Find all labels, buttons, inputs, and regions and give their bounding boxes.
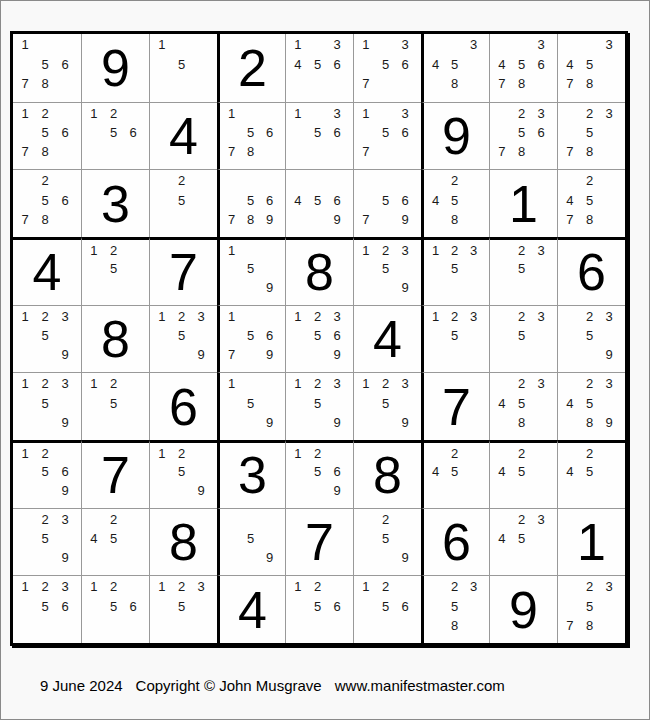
candidate-digit: 5 [308,55,328,75]
solved-digit: 8 [354,443,421,508]
candidate-digit: 6 [531,123,551,142]
candidate-digit: 8 [445,74,464,94]
cell-r4c8[interactable]: 235 [489,237,557,305]
candidate-digit: 2 [512,510,532,529]
cell-r8c8[interactable]: 2345 [489,508,557,576]
candidate-digit: 8 [35,74,55,94]
candidate-digit: 3 [531,510,551,529]
candidate-digit: 1 [15,374,35,393]
cell-r6c5[interactable]: 12359 [285,372,353,440]
cell-r5c6[interactable]: 4 [353,305,421,373]
candidate-digit: 6 [123,123,143,142]
candidate-digit: 1 [288,577,308,596]
sudoku-grid: 1567891521345613567345834567834578125678… [10,31,628,646]
candidates: 234589 [558,373,625,440]
cell-r9c4[interactable]: 4 [217,575,285,643]
candidate-digit: 6 [327,55,347,75]
cell-r2c6[interactable]: 13567 [353,102,421,170]
cell-r1c9[interactable]: 34578 [557,34,625,102]
cell-r8c4[interactable]: 59 [217,508,285,576]
candidate-digit: 8 [445,616,464,635]
candidate-digit: 1 [84,374,104,393]
candidate-digit: 2 [512,104,532,123]
cell-r5c7[interactable]: 1235 [421,305,489,373]
candidate-digit: 2 [35,307,55,326]
cell-r9c1[interactable]: 12356 [13,575,81,643]
candidate-digit: 2 [35,104,55,123]
solved-digit: 9 [490,576,557,643]
candidates: 2359 [13,509,81,576]
cell-r8c9[interactable]: 1 [557,508,625,576]
candidates: 12359 [354,240,421,305]
cell-r3c7[interactable]: 2458 [421,169,489,237]
candidate-digit: 5 [104,529,124,548]
candidate-digit: 4 [492,55,512,75]
cell-r1c3[interactable]: 15 [149,34,217,102]
candidate-digit: 9 [191,481,211,500]
candidate-digit: 5 [241,260,260,279]
candidates: 1235 [150,576,217,643]
candidate-digit: 5 [445,55,464,75]
candidate-digit: 9 [55,548,75,567]
candidate-digit: 9 [55,481,75,500]
candidate-digit: 5 [580,394,600,413]
candidate-digit: 5 [35,394,55,413]
candidates: 12569 [286,443,353,508]
candidate-digit: 9 [260,278,279,297]
candidate-digit: 2 [580,104,600,123]
solved-digit: 6 [150,373,217,440]
cell-r6c4[interactable]: 159 [217,372,285,440]
candidate-digit: 4 [84,529,104,548]
candidate-digit: 5 [104,597,124,616]
candidate-digit: 5 [512,394,532,413]
cell-r9c9[interactable]: 23578 [557,575,625,643]
candidates: 125678 [13,103,81,170]
solved-digit: 4 [354,306,421,373]
candidate-digit: 9 [191,345,211,364]
candidates: 235678 [490,103,557,170]
candidate-digit: 3 [191,577,211,596]
cell-r3c6[interactable]: 5679 [353,169,421,237]
footer-copyright: Copyright © John Musgrave [136,677,322,694]
candidate-digit: 5 [580,55,600,75]
cell-r8c5[interactable]: 7 [285,508,353,576]
solved-digit: 2 [220,34,285,102]
cell-r8c1[interactable]: 2359 [13,508,81,576]
candidate-digit: 3 [327,374,347,393]
cell-r9c6[interactable]: 1256 [353,575,421,643]
candidate-digit: 3 [55,307,75,326]
candidates: 23578 [558,576,625,643]
candidate-digit: 2 [445,307,464,326]
candidate-digit: 5 [580,463,600,482]
candidate-digit: 6 [260,191,279,210]
candidate-digit: 5 [308,394,328,413]
candidate-digit: 6 [395,191,415,210]
cell-r4c6[interactable]: 12359 [353,237,421,305]
cell-r1c6[interactable]: 13567 [353,34,421,102]
candidates: 245 [558,443,625,508]
candidate-digit: 3 [599,374,619,393]
candidate-digit: 2 [104,104,124,123]
candidates: 25678 [13,170,81,237]
candidate-digit: 3 [327,35,347,55]
cell-r5c8[interactable]: 235 [489,305,557,373]
cell-r5c3[interactable]: 12359 [149,305,217,373]
candidate-digit: 7 [222,142,241,161]
candidate-digit: 5 [35,55,55,75]
solved-digit: 4 [220,576,285,643]
candidate-digit: 6 [260,326,279,345]
candidate-digit: 9 [260,413,279,432]
cell-r3c2[interactable]: 3 [81,169,149,237]
candidate-digit: 1 [15,104,35,123]
candidate-digit: 8 [512,142,532,161]
candidate-digit: 4 [492,529,512,548]
cell-r2c5[interactable]: 1356 [285,102,353,170]
candidate-digit: 3 [327,104,347,123]
candidate-digit: 1 [288,35,308,55]
cell-r5c9[interactable]: 2359 [557,305,625,373]
candidates: 259 [354,509,421,576]
candidate-digit: 6 [395,597,415,616]
candidate-digit: 2 [376,577,396,596]
candidate-digit: 3 [464,577,483,596]
candidate-digit: 3 [395,104,415,123]
candidate-digit: 5 [172,191,192,210]
candidate-digit: 3 [599,35,619,55]
candidate-digit: 1 [288,374,308,393]
candidates: 34578 [558,34,625,102]
cell-r2c8[interactable]: 235678 [489,102,557,170]
candidate-digit: 5 [445,260,464,279]
cell-r6c8[interactable]: 23458 [489,372,557,440]
candidate-digit: 5 [241,191,260,210]
candidate-digit: 7 [560,210,580,229]
solved-digit: 8 [150,509,217,576]
candidate-digit: 2 [376,510,396,529]
candidate-digit: 4 [288,55,308,75]
candidate-digit: 2 [580,171,600,190]
candidate-digit: 6 [55,463,75,482]
cell-r8c3[interactable]: 8 [149,508,217,576]
candidate-digit: 3 [55,374,75,393]
candidates: 125 [82,240,149,305]
candidates: 235 [490,240,557,305]
candidate-digit: 5 [308,463,328,482]
candidate-digit: 7 [356,74,376,94]
cell-r1c7[interactable]: 3458 [421,34,489,102]
candidate-digit: 5 [376,394,396,413]
candidate-digit: 5 [35,326,55,345]
candidate-digit: 1 [288,444,308,463]
candidate-digit: 5 [512,529,532,548]
candidate-digit: 3 [531,35,551,55]
candidates: 13456 [286,34,353,102]
candidate-digit: 6 [123,597,143,616]
candidates: 345678 [490,34,557,102]
candidate-digit: 7 [15,142,35,161]
candidate-digit: 2 [580,444,600,463]
cell-r1c5[interactable]: 13456 [285,34,353,102]
candidate-digit: 2 [308,577,328,596]
candidate-digit: 3 [531,374,551,393]
candidate-digit: 5 [172,326,192,345]
cell-r3c1[interactable]: 25678 [13,169,81,237]
cell-r6c3[interactable]: 6 [149,372,217,440]
solved-digit: 8 [286,240,353,305]
candidate-digit: 6 [55,191,75,210]
candidates: 1235 [424,306,489,373]
candidates: 1356 [286,103,353,170]
candidate-digit: 3 [531,307,551,326]
candidate-digit: 5 [512,463,532,482]
cell-r7c8[interactable]: 245 [489,440,557,508]
cell-r4c1[interactable]: 4 [13,237,81,305]
candidates: 12359 [13,306,81,373]
candidate-digit: 2 [104,577,124,596]
cell-r6c7[interactable]: 7 [421,372,489,440]
cell-r8c2[interactable]: 245 [81,508,149,576]
cell-r7c9[interactable]: 245 [557,440,625,508]
candidates: 1256 [354,576,421,643]
candidate-digit: 2 [376,374,396,393]
cell-r4c7[interactable]: 1235 [421,237,489,305]
candidate-digit: 5 [376,123,396,142]
candidate-digit: 6 [55,597,75,616]
cell-r3c8[interactable]: 1 [489,169,557,237]
candidate-digit: 1 [426,307,445,326]
candidate-digit: 9 [327,413,347,432]
cell-r9c3[interactable]: 1235 [149,575,217,643]
candidate-digit: 6 [327,191,347,210]
candidate-digit: 9 [327,345,347,364]
candidate-digit: 3 [55,510,75,529]
candidate-digit: 5 [376,260,396,279]
candidate-digit: 8 [512,413,532,432]
candidate-digit: 8 [580,142,600,161]
candidate-digit: 5 [104,123,124,142]
cell-r3c5[interactable]: 4569 [285,169,353,237]
cell-r6c6[interactable]: 12359 [353,372,421,440]
cell-r4c9[interactable]: 6 [557,237,625,305]
cell-r7c3[interactable]: 1259 [149,440,217,508]
candidate-digit: 2 [376,241,396,260]
candidate-digit: 5 [35,529,55,548]
cell-r9c7[interactable]: 2358 [421,575,489,643]
candidates: 2345 [490,509,557,576]
cell-r7c7[interactable]: 245 [421,440,489,508]
candidate-digit: 8 [580,210,600,229]
candidates: 23578 [558,103,625,170]
candidates: 12569 [13,443,81,508]
candidate-digit: 3 [464,241,483,260]
candidate-digit: 2 [172,171,192,190]
candidate-digit: 2 [172,577,192,596]
cell-r3c9[interactable]: 24578 [557,169,625,237]
cell-r2c3[interactable]: 4 [149,102,217,170]
cell-r6c1[interactable]: 12359 [13,372,81,440]
candidates: 5679 [354,170,421,237]
candidate-digit: 1 [15,307,35,326]
candidate-digit: 3 [531,104,551,123]
candidate-digit: 1 [222,241,241,260]
candidate-digit: 2 [445,241,464,260]
candidate-digit: 4 [492,394,512,413]
solved-digit: 9 [424,103,489,170]
candidate-digit: 2 [445,577,464,596]
cell-r7c2[interactable]: 7 [81,440,149,508]
candidate-digit: 6 [327,326,347,345]
candidate-digit: 2 [308,444,328,463]
candidate-digit: 1 [15,577,35,596]
candidate-digit: 5 [308,191,328,210]
candidate-digit: 3 [464,35,483,55]
candidate-digit: 9 [327,481,347,500]
candidate-digit: 2 [580,307,600,326]
cell-r2c2[interactable]: 1256 [81,102,149,170]
candidate-digit: 4 [426,463,445,482]
candidates: 159 [220,240,285,305]
candidate-digit: 5 [241,529,260,548]
candidate-digit: 5 [104,394,124,413]
candidate-digit: 3 [531,241,551,260]
candidate-digit: 5 [35,191,55,210]
candidate-digit: 2 [580,374,600,393]
candidate-digit: 6 [395,55,415,75]
cell-r9c5[interactable]: 1256 [285,575,353,643]
candidate-digit: 9 [599,345,619,364]
candidates: 3458 [424,34,489,102]
candidate-digit: 5 [512,123,532,142]
candidate-digit: 2 [512,444,532,463]
cell-r7c6[interactable]: 8 [353,440,421,508]
candidate-digit: 9 [260,548,279,567]
candidate-digit: 5 [512,260,532,279]
cell-r2c7[interactable]: 9 [421,102,489,170]
solved-digit: 4 [13,240,81,305]
candidate-digit: 3 [395,374,415,393]
footer: 9 June 2024 Copyright © John Musgrave ww… [40,677,505,694]
cell-r6c2[interactable]: 125 [81,372,149,440]
candidate-digit: 4 [560,191,580,210]
candidate-digit: 4 [560,394,580,413]
candidate-digit: 7 [356,142,376,161]
candidate-digit: 5 [580,191,600,210]
candidate-digit: 2 [104,510,124,529]
candidate-digit: 1 [152,35,172,55]
solved-digit: 6 [424,509,489,576]
solved-digit: 7 [150,240,217,305]
candidates: 12359 [13,373,81,440]
candidate-digit: 3 [395,35,415,55]
cell-r6c9[interactable]: 234589 [557,372,625,440]
candidate-digit: 6 [531,55,551,75]
candidate-digit: 7 [492,142,512,161]
candidate-digit: 7 [222,210,241,229]
candidate-digit: 1 [152,444,172,463]
candidate-digit: 1 [84,104,104,123]
candidate-digit: 5 [35,463,55,482]
cell-r1c4[interactable]: 2 [217,34,285,102]
candidates: 4569 [286,170,353,237]
cell-r2c1[interactable]: 125678 [13,102,81,170]
candidate-digit: 2 [308,374,328,393]
candidate-digit: 2 [172,444,192,463]
cell-r8c7[interactable]: 6 [421,508,489,576]
candidates: 12359 [286,373,353,440]
cell-r7c5[interactable]: 12569 [285,440,353,508]
candidate-digit: 4 [426,55,445,75]
candidate-digit: 2 [308,307,328,326]
cell-r7c1[interactable]: 12569 [13,440,81,508]
candidate-digit: 1 [222,104,241,123]
cell-r1c2[interactable]: 9 [81,34,149,102]
candidates: 12359 [354,373,421,440]
candidates: 245 [490,443,557,508]
candidate-digit: 1 [15,444,35,463]
page: 1567891521345613567345834567834578125678… [0,0,650,720]
candidates: 125 [82,373,149,440]
cell-r3c4[interactable]: 56789 [217,169,285,237]
candidate-digit: 3 [191,307,211,326]
footer-website: www.manifestmaster.com [335,677,505,694]
candidate-digit: 6 [395,123,415,142]
candidate-digit: 2 [35,577,55,596]
cell-r9c8[interactable]: 9 [489,575,557,643]
candidate-digit: 5 [376,529,396,548]
cell-r4c3[interactable]: 7 [149,237,217,305]
candidate-digit: 5 [445,326,464,345]
cell-r5c5[interactable]: 123569 [285,305,353,373]
cell-r3c3[interactable]: 25 [149,169,217,237]
cell-r5c2[interactable]: 8 [81,305,149,373]
candidate-digit: 8 [580,616,600,635]
candidate-digit: 5 [445,191,464,210]
candidate-digit: 1 [356,241,376,260]
cell-r4c4[interactable]: 159 [217,237,285,305]
cell-r1c1[interactable]: 15678 [13,34,81,102]
candidate-digit: 7 [15,74,35,94]
cell-r4c2[interactable]: 125 [81,237,149,305]
candidate-digit: 5 [241,326,260,345]
candidate-digit: 5 [580,597,600,616]
cell-r1c8[interactable]: 345678 [489,34,557,102]
candidate-digit: 6 [327,597,347,616]
cell-r2c9[interactable]: 23578 [557,102,625,170]
candidate-digit: 3 [464,307,483,326]
cell-r5c4[interactable]: 15679 [217,305,285,373]
candidate-digit: 9 [55,413,75,432]
candidate-digit: 8 [512,74,532,94]
cell-r5c1[interactable]: 12359 [13,305,81,373]
candidate-digit: 5 [512,55,532,75]
solved-digit: 1 [558,509,625,576]
candidate-digit: 1 [222,307,241,326]
solved-digit: 9 [82,34,149,102]
cell-r8c6[interactable]: 259 [353,508,421,576]
cell-r4c5[interactable]: 8 [285,237,353,305]
cell-r7c4[interactable]: 3 [217,440,285,508]
candidate-digit: 7 [560,74,580,94]
candidate-digit: 5 [241,394,260,413]
candidate-digit: 6 [55,55,75,75]
candidates: 13567 [354,34,421,102]
candidates: 1256 [286,576,353,643]
cell-r2c4[interactable]: 15678 [217,102,285,170]
cell-r9c2[interactable]: 1256 [81,575,149,643]
